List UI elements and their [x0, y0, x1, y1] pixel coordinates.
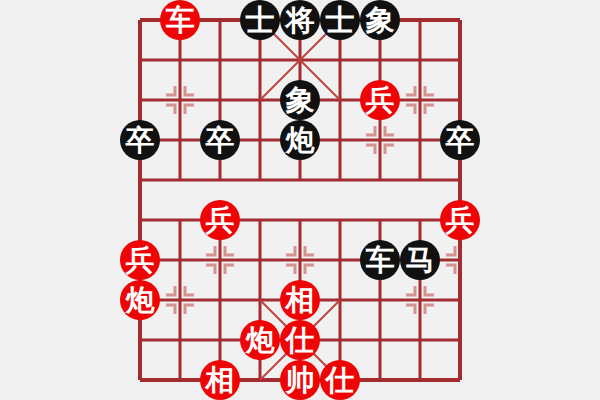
piece-black-advisor[interactable]: 士: [320, 0, 360, 40]
piece-black-chariot[interactable]: 车: [360, 240, 400, 280]
piece-black-horse[interactable]: 马: [400, 240, 440, 280]
piece-red-chariot[interactable]: 车: [160, 0, 200, 40]
piece-black-pawn[interactable]: 卒: [120, 120, 160, 160]
piece-red-king[interactable]: 帅: [280, 360, 320, 400]
piece-black-cannon[interactable]: 炮: [280, 120, 320, 160]
piece-black-pawn[interactable]: 卒: [200, 120, 240, 160]
piece-red-elephant[interactable]: 相: [280, 280, 320, 320]
piece-black-king[interactable]: 将: [280, 0, 320, 40]
piece-black-pawn[interactable]: 卒: [440, 120, 480, 160]
piece-red-pawn[interactable]: 兵: [120, 240, 160, 280]
piece-red-pawn[interactable]: 兵: [440, 200, 480, 240]
piece-red-advisor[interactable]: 仕: [320, 360, 360, 400]
piece-black-elephant[interactable]: 象: [360, 0, 400, 40]
piece-red-cannon[interactable]: 炮: [240, 320, 280, 360]
xiangqi-board[interactable]: 车士将士象象兵卒卒炮卒兵兵兵车马炮相炮仕相帅仕: [0, 0, 600, 400]
piece-black-advisor[interactable]: 士: [240, 0, 280, 40]
piece-black-elephant[interactable]: 象: [280, 80, 320, 120]
piece-red-advisor[interactable]: 仕: [280, 320, 320, 360]
piece-red-cannon[interactable]: 炮: [120, 280, 160, 320]
piece-red-pawn[interactable]: 兵: [360, 80, 400, 120]
piece-red-elephant[interactable]: 相: [200, 360, 240, 400]
piece-red-pawn[interactable]: 兵: [200, 200, 240, 240]
